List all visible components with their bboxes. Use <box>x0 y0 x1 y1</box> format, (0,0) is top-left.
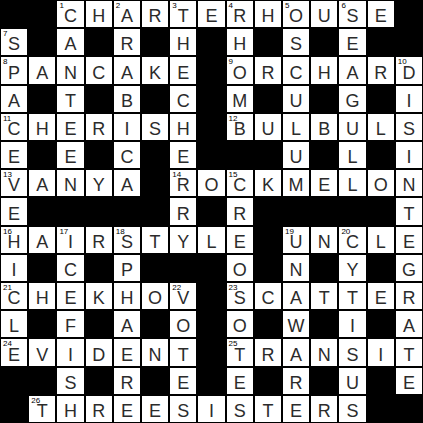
cell-letter: E <box>114 402 140 420</box>
letter-cell[interactable]: 16H <box>1 227 27 253</box>
cell-letter: I <box>396 148 422 166</box>
letter-cell[interactable]: K <box>86 283 112 309</box>
letter-cell[interactable]: E <box>57 142 83 168</box>
letter-cell[interactable]: E <box>339 29 365 55</box>
cell-letter: C <box>1 289 27 307</box>
letter-cell[interactable]: E <box>198 1 224 27</box>
cell-letter: T <box>396 346 422 364</box>
block-cell <box>57 198 83 224</box>
cell-letter: E <box>57 148 83 166</box>
block-cell <box>396 29 422 55</box>
letter-cell[interactable]: E <box>114 396 140 422</box>
cell-letter: S <box>170 402 196 420</box>
cell-letter: U <box>339 374 365 392</box>
cell-letter: K <box>86 289 112 307</box>
letter-cell[interactable]: E <box>311 170 337 196</box>
letter-cell[interactable]: U <box>339 114 365 140</box>
letter-cell[interactable]: 12B <box>227 114 253 140</box>
letter-cell[interactable]: R <box>368 57 394 83</box>
block-cell <box>198 57 224 83</box>
cell-letter: E <box>1 148 27 166</box>
letter-cell[interactable]: O <box>142 283 168 309</box>
cell-letter: E <box>170 148 196 166</box>
letter-cell[interactable]: 2A <box>114 1 140 27</box>
letter-cell[interactable]: T <box>396 198 422 224</box>
letter-cell[interactable]: C <box>170 86 196 112</box>
letter-cell[interactable]: U <box>283 86 309 112</box>
cell-letter: U <box>311 7 337 25</box>
cell-letter: H <box>86 7 112 25</box>
block-cell <box>227 142 253 168</box>
letter-cell[interactable]: 8P <box>1 57 27 83</box>
cell-letter: R <box>255 346 281 364</box>
cell-letter: O <box>368 176 394 194</box>
letter-cell[interactable]: 13V <box>1 170 27 196</box>
letter-cell[interactable]: L <box>368 227 394 253</box>
letter-cell[interactable]: O <box>227 311 253 337</box>
letter-cell[interactable]: S <box>339 396 365 422</box>
cell-letter: R <box>114 374 140 392</box>
letter-cell[interactable]: L <box>283 114 309 140</box>
letter-cell[interactable]: R <box>255 57 281 83</box>
letter-cell[interactable]: E <box>142 396 168 422</box>
cell-letter: C <box>339 233 365 251</box>
cell-letter: A <box>29 233 55 251</box>
letter-cell[interactable]: T <box>57 86 83 112</box>
cell-letter: S <box>1 35 27 53</box>
letter-cell[interactable]: A <box>1 86 27 112</box>
letter-cell[interactable]: T <box>339 283 365 309</box>
letter-cell[interactable]: M <box>283 170 309 196</box>
cell-letter: E <box>57 120 83 138</box>
letter-cell[interactable]: T <box>142 227 168 253</box>
cell-letter: N <box>283 261 309 279</box>
cell-letter: R <box>170 176 196 194</box>
cell-letter: L <box>339 176 365 194</box>
block-cell <box>311 86 337 112</box>
cell-letter: H <box>170 35 196 53</box>
letter-cell[interactable]: 10D <box>396 57 422 83</box>
letter-cell[interactable]: E <box>396 368 422 394</box>
letter-cell[interactable]: C <box>283 57 309 83</box>
letter-cell[interactable]: A <box>29 227 55 253</box>
letter-cell[interactable]: A <box>339 57 365 83</box>
cell-letter: E <box>57 289 83 307</box>
letter-cell[interactable]: Y <box>339 255 365 281</box>
letter-cell[interactable]: E <box>114 339 140 365</box>
cell-letter: T <box>339 289 365 307</box>
letter-cell[interactable]: H <box>311 57 337 83</box>
block-cell <box>255 311 281 337</box>
letter-cell[interactable]: I <box>368 339 394 365</box>
cell-letter: K <box>255 176 281 194</box>
letter-cell[interactable]: P <box>114 255 140 281</box>
letter-cell[interactable]: R <box>86 227 112 253</box>
cell-letter: N <box>57 176 83 194</box>
cell-letter: E <box>396 374 422 392</box>
letter-cell[interactable]: V <box>29 339 55 365</box>
cell-letter: H <box>1 233 27 251</box>
cell-letter: R <box>255 64 281 82</box>
letter-cell[interactable]: R <box>255 339 281 365</box>
block-cell <box>198 114 224 140</box>
letter-cell[interactable]: R <box>283 368 309 394</box>
block-cell <box>198 86 224 112</box>
letter-cell[interactable]: A <box>29 170 55 196</box>
letter-cell[interactable]: H <box>170 29 196 55</box>
cell-letter: F <box>57 317 83 335</box>
block-cell <box>29 368 55 394</box>
block-cell <box>1 368 27 394</box>
letter-cell[interactable]: N <box>142 339 168 365</box>
letter-cell[interactable]: 15C <box>227 170 253 196</box>
cell-letter: T <box>255 402 281 420</box>
letter-cell[interactable]: E <box>227 227 253 253</box>
letter-cell[interactable]: L <box>339 170 365 196</box>
cell-letter: U <box>339 120 365 138</box>
letter-cell[interactable]: N <box>283 255 309 281</box>
block-cell <box>1 1 27 27</box>
letter-cell[interactable]: E <box>1 142 27 168</box>
cell-letter: A <box>114 7 140 25</box>
letter-cell[interactable]: O <box>198 170 224 196</box>
block-cell <box>368 29 394 55</box>
letter-cell[interactable]: R <box>170 198 196 224</box>
letter-cell[interactable]: H <box>29 114 55 140</box>
block-cell <box>142 311 168 337</box>
letter-cell[interactable]: U <box>255 114 281 140</box>
cell-letter: V <box>29 346 55 364</box>
block-cell <box>86 368 112 394</box>
cell-letter: E <box>142 402 168 420</box>
cell-letter: E <box>311 176 337 194</box>
cell-letter: C <box>283 64 309 82</box>
cell-letter: A <box>114 176 140 194</box>
cell-letter: R <box>86 402 112 420</box>
letter-cell[interactable]: F <box>57 311 83 337</box>
block-cell <box>142 198 168 224</box>
cell-letter: A <box>29 176 55 194</box>
letter-cell[interactable]: 6S <box>339 1 365 27</box>
letter-cell[interactable]: G <box>396 255 422 281</box>
letter-cell[interactable]: H <box>114 283 140 309</box>
letter-cell[interactable]: L <box>368 114 394 140</box>
cell-letter: H <box>57 402 83 420</box>
letter-cell[interactable]: M <box>227 86 253 112</box>
letter-cell[interactable]: C <box>57 255 83 281</box>
cell-letter: T <box>311 289 337 307</box>
letter-cell[interactable]: 19U <box>283 227 309 253</box>
letter-cell[interactable]: E <box>170 368 196 394</box>
cell-letter: P <box>114 261 140 279</box>
cell-letter: I <box>57 346 83 364</box>
cell-letter: C <box>86 64 112 82</box>
cell-letter: G <box>339 92 365 110</box>
cell-letter: R <box>283 374 309 392</box>
letter-cell[interactable]: L <box>198 227 224 253</box>
cell-letter: U <box>283 92 309 110</box>
block-cell <box>86 311 112 337</box>
letter-cell[interactable]: S <box>142 114 168 140</box>
letter-cell[interactable]: S <box>339 339 365 365</box>
block-cell <box>255 86 281 112</box>
cell-letter: N <box>311 346 337 364</box>
letter-cell[interactable]: E <box>396 227 422 253</box>
block-cell <box>368 198 394 224</box>
block-cell <box>368 368 394 394</box>
letter-cell[interactable]: S <box>57 368 83 394</box>
cell-letter: N <box>396 176 422 194</box>
letter-cell[interactable]: 18S <box>114 227 140 253</box>
letter-cell[interactable]: K <box>142 57 168 83</box>
letter-cell[interactable]: D <box>86 339 112 365</box>
letter-cell[interactable]: C <box>255 283 281 309</box>
letter-cell[interactable]: C <box>86 57 112 83</box>
letter-cell[interactable]: I <box>1 255 27 281</box>
letter-cell[interactable]: N <box>311 339 337 365</box>
letter-cell[interactable]: 23S <box>227 283 253 309</box>
letter-cell[interactable]: W <box>283 311 309 337</box>
letter-cell[interactable]: R <box>114 29 140 55</box>
block-cell <box>198 283 224 309</box>
cell-letter: E <box>283 402 309 420</box>
letter-cell[interactable]: 17I <box>57 227 83 253</box>
letter-cell[interactable]: 4R <box>227 1 253 27</box>
letter-cell[interactable]: E <box>57 114 83 140</box>
cell-letter: O <box>227 317 253 335</box>
cell-letter: S <box>142 120 168 138</box>
block-cell <box>198 198 224 224</box>
letter-cell[interactable]: H <box>170 114 196 140</box>
letter-cell[interactable]: E <box>227 368 253 394</box>
block-cell <box>339 198 365 224</box>
crossword-board: 1CH2AR3TE4RH5OU6SE7SARHHSE8PANCAKE9ORCHA… <box>0 0 423 423</box>
block-cell <box>311 368 337 394</box>
letter-cell[interactable]: 26T <box>29 396 55 422</box>
letter-cell[interactable]: 3T <box>170 1 196 27</box>
letter-cell[interactable]: 21C <box>1 283 27 309</box>
letter-cell[interactable]: R <box>311 396 337 422</box>
cell-letter: I <box>339 317 365 335</box>
block-cell <box>29 142 55 168</box>
letter-cell[interactable]: H <box>29 283 55 309</box>
letter-cell[interactable]: E <box>283 396 309 422</box>
letter-cell[interactable]: E <box>368 283 394 309</box>
letter-cell[interactable]: 7S <box>1 29 27 55</box>
cell-letter: H <box>311 64 337 82</box>
letter-cell[interactable]: C <box>114 142 140 168</box>
cell-letter: E <box>227 374 253 392</box>
letter-cell[interactable]: S <box>396 114 422 140</box>
letter-cell[interactable]: Y <box>170 227 196 253</box>
cell-letter: N <box>57 64 83 82</box>
cell-letter: R <box>86 120 112 138</box>
cell-letter: R <box>170 205 196 223</box>
cell-letter: R <box>142 7 168 25</box>
letter-cell[interactable]: H <box>255 1 281 27</box>
letter-cell[interactable]: U <box>311 1 337 27</box>
letter-cell[interactable]: A <box>283 283 309 309</box>
block-cell <box>396 1 422 27</box>
cell-letter: T <box>396 205 422 223</box>
letter-cell[interactable]: S <box>283 29 309 55</box>
letter-cell[interactable]: U <box>339 368 365 394</box>
cell-letter: E <box>227 233 253 251</box>
cell-letter: O <box>227 261 253 279</box>
cell-letter: H <box>114 289 140 307</box>
block-cell <box>114 198 140 224</box>
letter-cell[interactable]: O <box>368 170 394 196</box>
letter-cell[interactable]: B <box>114 86 140 112</box>
cell-letter: T <box>29 402 55 420</box>
block-cell <box>1 396 27 422</box>
letter-cell[interactable]: U <box>283 142 309 168</box>
letter-cell[interactable]: A <box>396 311 422 337</box>
letter-cell[interactable]: 5O <box>283 1 309 27</box>
cell-letter: E <box>170 64 196 82</box>
block-cell <box>255 227 281 253</box>
cell-letter: K <box>142 64 168 82</box>
cell-letter: A <box>396 317 422 335</box>
letter-cell[interactable]: I <box>396 86 422 112</box>
letter-cell[interactable]: N <box>57 170 83 196</box>
cell-letter: D <box>86 346 112 364</box>
block-cell <box>255 198 281 224</box>
letter-cell[interactable]: A <box>114 57 140 83</box>
cell-letter: S <box>339 402 365 420</box>
block-cell <box>29 29 55 55</box>
letter-cell[interactable]: 24E <box>1 339 27 365</box>
cell-letter: Y <box>339 261 365 279</box>
cell-letter: E <box>368 7 394 25</box>
letter-cell[interactable]: K <box>255 170 281 196</box>
cell-letter: L <box>339 148 365 166</box>
cell-letter: B <box>114 92 140 110</box>
letter-cell[interactable]: A <box>29 57 55 83</box>
letter-cell[interactable]: T <box>396 339 422 365</box>
letter-cell[interactable]: S <box>170 396 196 422</box>
cell-letter: Y <box>170 233 196 251</box>
letter-cell[interactable]: R <box>86 114 112 140</box>
cell-letter: E <box>198 7 224 25</box>
letter-cell[interactable]: T <box>255 396 281 422</box>
letter-cell[interactable]: I <box>198 396 224 422</box>
letter-cell[interactable]: N <box>57 57 83 83</box>
letter-cell[interactable]: S <box>227 396 253 422</box>
letter-cell[interactable]: A <box>283 339 309 365</box>
letter-cell[interactable]: A <box>57 29 83 55</box>
block-cell <box>311 198 337 224</box>
letter-cell[interactable]: 25T <box>227 339 253 365</box>
letter-cell[interactable]: E <box>1 198 27 224</box>
letter-cell[interactable]: I <box>57 339 83 365</box>
cell-letter: T <box>57 92 83 110</box>
letter-cell[interactable]: L <box>1 311 27 337</box>
block-cell <box>29 1 55 27</box>
letter-cell[interactable]: I <box>114 114 140 140</box>
letter-cell[interactable]: T <box>311 283 337 309</box>
letter-cell[interactable]: E <box>170 142 196 168</box>
letter-cell[interactable]: I <box>396 142 422 168</box>
cell-letter: I <box>57 233 83 251</box>
cell-letter: A <box>283 346 309 364</box>
letter-cell[interactable]: E <box>57 283 83 309</box>
cell-letter: S <box>227 402 253 420</box>
letter-cell[interactable]: 9O <box>227 57 253 83</box>
block-cell <box>170 255 196 281</box>
cell-letter: I <box>1 261 27 279</box>
letter-cell[interactable]: R <box>86 396 112 422</box>
cell-letter: E <box>1 346 27 364</box>
block-cell <box>142 368 168 394</box>
cell-letter: B <box>227 120 253 138</box>
block-cell <box>198 339 224 365</box>
letter-cell[interactable]: L <box>339 142 365 168</box>
letter-cell[interactable]: O <box>227 255 253 281</box>
letter-cell[interactable]: N <box>396 170 422 196</box>
letter-cell[interactable]: T <box>170 339 196 365</box>
block-cell <box>198 29 224 55</box>
letter-cell[interactable]: 1C <box>57 1 83 27</box>
block-cell <box>86 29 112 55</box>
letter-cell[interactable]: H <box>227 29 253 55</box>
cell-letter: I <box>396 92 422 110</box>
block-cell <box>368 142 394 168</box>
block-cell <box>368 311 394 337</box>
letter-cell[interactable]: A <box>114 311 140 337</box>
letter-cell[interactable]: E <box>368 1 394 27</box>
letter-cell[interactable]: 22V <box>170 283 196 309</box>
cell-letter: L <box>368 233 394 251</box>
cell-letter: L <box>368 120 394 138</box>
letter-cell[interactable]: O <box>170 311 196 337</box>
letter-cell[interactable]: 20C <box>339 227 365 253</box>
cell-letter: H <box>29 289 55 307</box>
letter-cell[interactable]: N <box>311 227 337 253</box>
letter-cell[interactable]: H <box>57 396 83 422</box>
block-cell <box>368 396 394 422</box>
letter-cell[interactable]: R <box>396 283 422 309</box>
letter-cell[interactable]: R <box>227 198 253 224</box>
letter-cell[interactable]: 11C <box>1 114 27 140</box>
cell-letter: I <box>368 346 394 364</box>
letter-cell[interactable]: 14R <box>170 170 196 196</box>
letter-cell[interactable]: A <box>114 170 140 196</box>
cell-letter: S <box>396 120 422 138</box>
letter-cell[interactable]: E <box>170 57 196 83</box>
cell-letter: O <box>142 289 168 307</box>
letter-cell[interactable]: H <box>86 1 112 27</box>
block-cell <box>311 142 337 168</box>
block-cell <box>255 255 281 281</box>
cell-letter: V <box>170 289 196 307</box>
letter-cell[interactable]: B <box>311 114 337 140</box>
cell-letter: W <box>283 317 309 335</box>
block-cell <box>142 86 168 112</box>
cell-letter: M <box>227 92 253 110</box>
letter-cell[interactable]: R <box>114 368 140 394</box>
letter-cell[interactable]: I <box>339 311 365 337</box>
cell-letter: S <box>283 35 309 53</box>
letter-cell[interactable]: Y <box>86 170 112 196</box>
cell-letter: A <box>114 64 140 82</box>
block-cell <box>198 368 224 394</box>
cell-letter: U <box>283 233 309 251</box>
block-cell <box>368 86 394 112</box>
letter-cell[interactable]: G <box>339 86 365 112</box>
cell-letter: R <box>396 289 422 307</box>
letter-cell[interactable]: R <box>142 1 168 27</box>
